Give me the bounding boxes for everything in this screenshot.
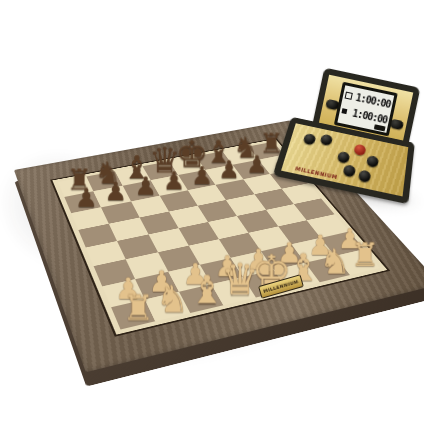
piece-black-pawn[interactable]: ♟ <box>61 184 111 210</box>
clock-keypad-button-1[interactable] <box>320 134 334 146</box>
clock-keypad-button-3[interactable] <box>337 151 351 164</box>
square-e4[interactable] <box>208 216 249 239</box>
clock-brand-label: MILLENNIUM <box>294 165 338 180</box>
hourglass-icon <box>345 91 353 99</box>
square-d5[interactable] <box>169 206 208 229</box>
clock-keypad-button-0[interactable] <box>303 133 317 145</box>
clock-red-button[interactable] <box>353 144 366 157</box>
bottom-time: 1:00:00 <box>352 107 389 125</box>
clock-keypad-button-5[interactable] <box>342 164 356 177</box>
clock-keypad-button-4[interactable] <box>366 155 379 168</box>
square-a7[interactable]: ♟ <box>64 191 101 213</box>
square-b5[interactable] <box>109 217 148 240</box>
move-indicator-icon <box>342 108 348 114</box>
clock-keypad-button-6[interactable] <box>358 169 372 183</box>
lcd-status-badge <box>374 124 386 131</box>
piece-white-rook[interactable]: ♜ <box>108 290 168 325</box>
square-a1[interactable]: ♜ <box>111 299 155 329</box>
product-photo: ♜♞♝♛♚♝♞♜♟♟♟♟♟♟♟♟♟♟♟♟♟♟♟♟♜♞♝♛♚♝♞♜ MILLENN… <box>0 0 424 424</box>
